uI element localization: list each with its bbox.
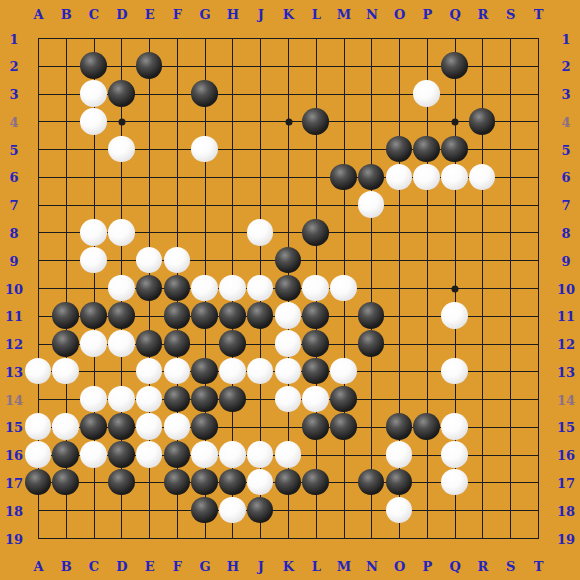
- point-T17[interactable]: [524, 468, 552, 496]
- point-E1[interactable]: [135, 24, 163, 52]
- point-F16[interactable]: [163, 441, 191, 469]
- point-C10[interactable]: [80, 274, 108, 302]
- point-D10[interactable]: [107, 274, 135, 302]
- point-P3[interactable]: [413, 80, 441, 108]
- point-R3[interactable]: [468, 80, 496, 108]
- point-E7[interactable]: [135, 191, 163, 219]
- point-M16[interactable]: [330, 441, 358, 469]
- point-N3[interactable]: [357, 80, 385, 108]
- point-K5[interactable]: [274, 135, 302, 163]
- point-O1[interactable]: [385, 24, 413, 52]
- point-S6[interactable]: [496, 163, 524, 191]
- point-R8[interactable]: [468, 218, 496, 246]
- point-C3[interactable]: [80, 80, 108, 108]
- point-O13[interactable]: [385, 357, 413, 385]
- point-Q3[interactable]: [441, 80, 469, 108]
- point-G11[interactable]: [191, 302, 219, 330]
- point-N11[interactable]: [357, 302, 385, 330]
- point-H8[interactable]: [218, 218, 246, 246]
- point-H6[interactable]: [218, 163, 246, 191]
- point-O15[interactable]: [385, 413, 413, 441]
- point-R19[interactable]: [468, 524, 496, 552]
- point-M17[interactable]: [330, 468, 358, 496]
- point-H1[interactable]: [218, 24, 246, 52]
- point-J13[interactable]: [246, 357, 274, 385]
- point-R2[interactable]: [468, 52, 496, 80]
- point-Q7[interactable]: [441, 191, 469, 219]
- point-S7[interactable]: [496, 191, 524, 219]
- point-E8[interactable]: [135, 218, 163, 246]
- point-P10[interactable]: [413, 274, 441, 302]
- point-S13[interactable]: [496, 357, 524, 385]
- point-S19[interactable]: [496, 524, 524, 552]
- point-C16[interactable]: [80, 441, 108, 469]
- point-E19[interactable]: [135, 524, 163, 552]
- point-P8[interactable]: [413, 218, 441, 246]
- point-H14[interactable]: [218, 385, 246, 413]
- point-O7[interactable]: [385, 191, 413, 219]
- point-O18[interactable]: [385, 496, 413, 524]
- point-G18[interactable]: [191, 496, 219, 524]
- point-R10[interactable]: [468, 274, 496, 302]
- point-R5[interactable]: [468, 135, 496, 163]
- point-J10[interactable]: [246, 274, 274, 302]
- point-G17[interactable]: [191, 468, 219, 496]
- point-P15[interactable]: [413, 413, 441, 441]
- point-Q14[interactable]: [441, 385, 469, 413]
- point-A11[interactable]: [24, 302, 52, 330]
- point-R14[interactable]: [468, 385, 496, 413]
- point-S8[interactable]: [496, 218, 524, 246]
- point-O6[interactable]: [385, 163, 413, 191]
- point-P14[interactable]: [413, 385, 441, 413]
- point-S14[interactable]: [496, 385, 524, 413]
- point-Q5[interactable]: [441, 135, 469, 163]
- point-B17[interactable]: [52, 468, 80, 496]
- point-A19[interactable]: [24, 524, 52, 552]
- point-H3[interactable]: [218, 80, 246, 108]
- point-D19[interactable]: [107, 524, 135, 552]
- point-O16[interactable]: [385, 441, 413, 469]
- point-A8[interactable]: [24, 218, 52, 246]
- point-B18[interactable]: [52, 496, 80, 524]
- point-G12[interactable]: [191, 330, 219, 358]
- point-A18[interactable]: [24, 496, 52, 524]
- point-G3[interactable]: [191, 80, 219, 108]
- point-H2[interactable]: [218, 52, 246, 80]
- point-N8[interactable]: [357, 218, 385, 246]
- point-N16[interactable]: [357, 441, 385, 469]
- point-L10[interactable]: [302, 274, 330, 302]
- point-R15[interactable]: [468, 413, 496, 441]
- point-A10[interactable]: [24, 274, 52, 302]
- point-D4[interactable]: [107, 107, 135, 135]
- point-K14[interactable]: [274, 385, 302, 413]
- point-P1[interactable]: [413, 24, 441, 52]
- point-J17[interactable]: [246, 468, 274, 496]
- point-L3[interactable]: [302, 80, 330, 108]
- point-F6[interactable]: [163, 163, 191, 191]
- point-B15[interactable]: [52, 413, 80, 441]
- point-K16[interactable]: [274, 441, 302, 469]
- point-L5[interactable]: [302, 135, 330, 163]
- point-P17[interactable]: [413, 468, 441, 496]
- point-D13[interactable]: [107, 357, 135, 385]
- point-T7[interactable]: [524, 191, 552, 219]
- point-T16[interactable]: [524, 441, 552, 469]
- point-O10[interactable]: [385, 274, 413, 302]
- point-M12[interactable]: [330, 330, 358, 358]
- point-S11[interactable]: [496, 302, 524, 330]
- point-E4[interactable]: [135, 107, 163, 135]
- point-B6[interactable]: [52, 163, 80, 191]
- point-S10[interactable]: [496, 274, 524, 302]
- point-J18[interactable]: [246, 496, 274, 524]
- point-P9[interactable]: [413, 246, 441, 274]
- point-B16[interactable]: [52, 441, 80, 469]
- point-N6[interactable]: [357, 163, 385, 191]
- point-G4[interactable]: [191, 107, 219, 135]
- point-D3[interactable]: [107, 80, 135, 108]
- point-M13[interactable]: [330, 357, 358, 385]
- point-Q8[interactable]: [441, 218, 469, 246]
- point-K11[interactable]: [274, 302, 302, 330]
- point-E17[interactable]: [135, 468, 163, 496]
- point-P6[interactable]: [413, 163, 441, 191]
- point-S18[interactable]: [496, 496, 524, 524]
- point-P12[interactable]: [413, 330, 441, 358]
- point-R6[interactable]: [468, 163, 496, 191]
- point-O11[interactable]: [385, 302, 413, 330]
- point-T13[interactable]: [524, 357, 552, 385]
- point-K6[interactable]: [274, 163, 302, 191]
- point-M2[interactable]: [330, 52, 358, 80]
- point-N13[interactable]: [357, 357, 385, 385]
- point-F19[interactable]: [163, 524, 191, 552]
- point-T5[interactable]: [524, 135, 552, 163]
- point-Q1[interactable]: [441, 24, 469, 52]
- point-H18[interactable]: [218, 496, 246, 524]
- point-F13[interactable]: [163, 357, 191, 385]
- point-L2[interactable]: [302, 52, 330, 80]
- point-Q16[interactable]: [441, 441, 469, 469]
- point-P19[interactable]: [413, 524, 441, 552]
- point-K1[interactable]: [274, 24, 302, 52]
- point-O3[interactable]: [385, 80, 413, 108]
- point-C1[interactable]: [80, 24, 108, 52]
- point-P5[interactable]: [413, 135, 441, 163]
- point-F11[interactable]: [163, 302, 191, 330]
- point-M11[interactable]: [330, 302, 358, 330]
- point-L4[interactable]: [302, 107, 330, 135]
- point-O4[interactable]: [385, 107, 413, 135]
- point-N4[interactable]: [357, 107, 385, 135]
- point-Q18[interactable]: [441, 496, 469, 524]
- point-F14[interactable]: [163, 385, 191, 413]
- point-E11[interactable]: [135, 302, 163, 330]
- point-G8[interactable]: [191, 218, 219, 246]
- point-B8[interactable]: [52, 218, 80, 246]
- point-A13[interactable]: [24, 357, 52, 385]
- point-B5[interactable]: [52, 135, 80, 163]
- point-Q9[interactable]: [441, 246, 469, 274]
- point-L9[interactable]: [302, 246, 330, 274]
- point-B13[interactable]: [52, 357, 80, 385]
- point-S17[interactable]: [496, 468, 524, 496]
- point-J19[interactable]: [246, 524, 274, 552]
- point-E2[interactable]: [135, 52, 163, 80]
- point-E6[interactable]: [135, 163, 163, 191]
- point-T8[interactable]: [524, 218, 552, 246]
- point-B7[interactable]: [52, 191, 80, 219]
- point-H4[interactable]: [218, 107, 246, 135]
- point-A2[interactable]: [24, 52, 52, 80]
- point-O5[interactable]: [385, 135, 413, 163]
- point-G15[interactable]: [191, 413, 219, 441]
- point-B2[interactable]: [52, 52, 80, 80]
- point-L12[interactable]: [302, 330, 330, 358]
- point-N12[interactable]: [357, 330, 385, 358]
- point-K18[interactable]: [274, 496, 302, 524]
- point-H10[interactable]: [218, 274, 246, 302]
- point-G19[interactable]: [191, 524, 219, 552]
- point-J3[interactable]: [246, 80, 274, 108]
- point-A3[interactable]: [24, 80, 52, 108]
- point-Q2[interactable]: [441, 52, 469, 80]
- point-O2[interactable]: [385, 52, 413, 80]
- point-F17[interactable]: [163, 468, 191, 496]
- point-E16[interactable]: [135, 441, 163, 469]
- point-F10[interactable]: [163, 274, 191, 302]
- point-T10[interactable]: [524, 274, 552, 302]
- point-E10[interactable]: [135, 274, 163, 302]
- point-O14[interactable]: [385, 385, 413, 413]
- point-G14[interactable]: [191, 385, 219, 413]
- point-J7[interactable]: [246, 191, 274, 219]
- point-K4[interactable]: [274, 107, 302, 135]
- point-N15[interactable]: [357, 413, 385, 441]
- point-S15[interactable]: [496, 413, 524, 441]
- point-R12[interactable]: [468, 330, 496, 358]
- point-L19[interactable]: [302, 524, 330, 552]
- point-Q6[interactable]: [441, 163, 469, 191]
- point-K19[interactable]: [274, 524, 302, 552]
- point-A6[interactable]: [24, 163, 52, 191]
- point-M15[interactable]: [330, 413, 358, 441]
- point-E18[interactable]: [135, 496, 163, 524]
- point-C5[interactable]: [80, 135, 108, 163]
- point-D9[interactable]: [107, 246, 135, 274]
- point-O19[interactable]: [385, 524, 413, 552]
- point-H9[interactable]: [218, 246, 246, 274]
- point-K10[interactable]: [274, 274, 302, 302]
- point-Q17[interactable]: [441, 468, 469, 496]
- point-A16[interactable]: [24, 441, 52, 469]
- point-C17[interactable]: [80, 468, 108, 496]
- point-H12[interactable]: [218, 330, 246, 358]
- point-M8[interactable]: [330, 218, 358, 246]
- point-C19[interactable]: [80, 524, 108, 552]
- point-F2[interactable]: [163, 52, 191, 80]
- point-B3[interactable]: [52, 80, 80, 108]
- point-A15[interactable]: [24, 413, 52, 441]
- point-C15[interactable]: [80, 413, 108, 441]
- point-J5[interactable]: [246, 135, 274, 163]
- point-N7[interactable]: [357, 191, 385, 219]
- point-G5[interactable]: [191, 135, 219, 163]
- point-T14[interactable]: [524, 385, 552, 413]
- point-M10[interactable]: [330, 274, 358, 302]
- point-C18[interactable]: [80, 496, 108, 524]
- point-M9[interactable]: [330, 246, 358, 274]
- point-M4[interactable]: [330, 107, 358, 135]
- point-E15[interactable]: [135, 413, 163, 441]
- point-M1[interactable]: [330, 24, 358, 52]
- point-S3[interactable]: [496, 80, 524, 108]
- point-J9[interactable]: [246, 246, 274, 274]
- point-D8[interactable]: [107, 218, 135, 246]
- point-K12[interactable]: [274, 330, 302, 358]
- point-F12[interactable]: [163, 330, 191, 358]
- point-A17[interactable]: [24, 468, 52, 496]
- point-D12[interactable]: [107, 330, 135, 358]
- point-K8[interactable]: [274, 218, 302, 246]
- point-A5[interactable]: [24, 135, 52, 163]
- point-C11[interactable]: [80, 302, 108, 330]
- point-C4[interactable]: [80, 107, 108, 135]
- point-T6[interactable]: [524, 163, 552, 191]
- point-R9[interactable]: [468, 246, 496, 274]
- point-N14[interactable]: [357, 385, 385, 413]
- point-T4[interactable]: [524, 107, 552, 135]
- point-Q15[interactable]: [441, 413, 469, 441]
- point-B12[interactable]: [52, 330, 80, 358]
- point-D17[interactable]: [107, 468, 135, 496]
- point-K7[interactable]: [274, 191, 302, 219]
- point-C12[interactable]: [80, 330, 108, 358]
- point-Q19[interactable]: [441, 524, 469, 552]
- point-F7[interactable]: [163, 191, 191, 219]
- point-F9[interactable]: [163, 246, 191, 274]
- point-J2[interactable]: [246, 52, 274, 80]
- point-A4[interactable]: [24, 107, 52, 135]
- point-R7[interactable]: [468, 191, 496, 219]
- point-L13[interactable]: [302, 357, 330, 385]
- point-A1[interactable]: [24, 24, 52, 52]
- point-S5[interactable]: [496, 135, 524, 163]
- point-K13[interactable]: [274, 357, 302, 385]
- point-K17[interactable]: [274, 468, 302, 496]
- point-C2[interactable]: [80, 52, 108, 80]
- point-Q4[interactable]: [441, 107, 469, 135]
- point-T1[interactable]: [524, 24, 552, 52]
- point-K3[interactable]: [274, 80, 302, 108]
- point-H13[interactable]: [218, 357, 246, 385]
- point-E5[interactable]: [135, 135, 163, 163]
- point-S16[interactable]: [496, 441, 524, 469]
- point-N5[interactable]: [357, 135, 385, 163]
- point-J15[interactable]: [246, 413, 274, 441]
- point-K2[interactable]: [274, 52, 302, 80]
- point-A9[interactable]: [24, 246, 52, 274]
- point-B11[interactable]: [52, 302, 80, 330]
- point-A14[interactable]: [24, 385, 52, 413]
- point-M18[interactable]: [330, 496, 358, 524]
- point-D16[interactable]: [107, 441, 135, 469]
- point-M6[interactable]: [330, 163, 358, 191]
- point-L16[interactable]: [302, 441, 330, 469]
- point-G16[interactable]: [191, 441, 219, 469]
- point-S12[interactable]: [496, 330, 524, 358]
- point-H16[interactable]: [218, 441, 246, 469]
- point-C8[interactable]: [80, 218, 108, 246]
- point-G6[interactable]: [191, 163, 219, 191]
- point-D1[interactable]: [107, 24, 135, 52]
- point-P2[interactable]: [413, 52, 441, 80]
- point-T15[interactable]: [524, 413, 552, 441]
- point-E12[interactable]: [135, 330, 163, 358]
- point-G13[interactable]: [191, 357, 219, 385]
- point-J12[interactable]: [246, 330, 274, 358]
- point-Q12[interactable]: [441, 330, 469, 358]
- point-P4[interactable]: [413, 107, 441, 135]
- point-B4[interactable]: [52, 107, 80, 135]
- point-R18[interactable]: [468, 496, 496, 524]
- point-F8[interactable]: [163, 218, 191, 246]
- point-S4[interactable]: [496, 107, 524, 135]
- point-M7[interactable]: [330, 191, 358, 219]
- point-D5[interactable]: [107, 135, 135, 163]
- point-Q13[interactable]: [441, 357, 469, 385]
- point-R16[interactable]: [468, 441, 496, 469]
- point-N10[interactable]: [357, 274, 385, 302]
- point-D7[interactable]: [107, 191, 135, 219]
- point-N19[interactable]: [357, 524, 385, 552]
- point-S2[interactable]: [496, 52, 524, 80]
- point-B1[interactable]: [52, 24, 80, 52]
- point-J8[interactable]: [246, 218, 274, 246]
- point-F4[interactable]: [163, 107, 191, 135]
- point-C6[interactable]: [80, 163, 108, 191]
- point-S9[interactable]: [496, 246, 524, 274]
- point-D2[interactable]: [107, 52, 135, 80]
- point-O12[interactable]: [385, 330, 413, 358]
- point-H17[interactable]: [218, 468, 246, 496]
- point-L15[interactable]: [302, 413, 330, 441]
- point-R1[interactable]: [468, 24, 496, 52]
- point-G1[interactable]: [191, 24, 219, 52]
- point-L14[interactable]: [302, 385, 330, 413]
- point-P16[interactable]: [413, 441, 441, 469]
- point-R13[interactable]: [468, 357, 496, 385]
- point-M19[interactable]: [330, 524, 358, 552]
- point-N9[interactable]: [357, 246, 385, 274]
- point-M5[interactable]: [330, 135, 358, 163]
- point-C14[interactable]: [80, 385, 108, 413]
- point-L8[interactable]: [302, 218, 330, 246]
- point-R11[interactable]: [468, 302, 496, 330]
- point-G2[interactable]: [191, 52, 219, 80]
- point-H11[interactable]: [218, 302, 246, 330]
- point-P13[interactable]: [413, 357, 441, 385]
- point-F3[interactable]: [163, 80, 191, 108]
- point-M3[interactable]: [330, 80, 358, 108]
- point-J11[interactable]: [246, 302, 274, 330]
- point-T3[interactable]: [524, 80, 552, 108]
- point-H19[interactable]: [218, 524, 246, 552]
- point-N2[interactable]: [357, 52, 385, 80]
- point-E14[interactable]: [135, 385, 163, 413]
